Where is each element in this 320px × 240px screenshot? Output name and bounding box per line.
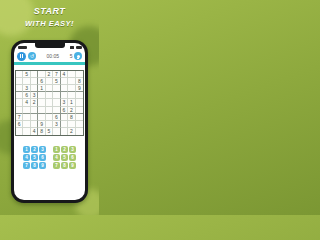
- sudoku-cell-r1c9[interactable]: [76, 71, 83, 78]
- sudoku-cell-r8c3[interactable]: [31, 121, 38, 128]
- sudoku-cell-r4c3[interactable]: 3: [31, 92, 38, 99]
- sudoku-cell-r7c5[interactable]: [46, 114, 53, 121]
- hint-count-badge: 5: [70, 53, 73, 59]
- sudoku-cell-r1c4[interactable]: [38, 71, 45, 78]
- pause-icon: [20, 54, 21, 58]
- sudoku-cell-r5c5[interactable]: [46, 99, 53, 106]
- sudoku-cell-r9c3[interactable]: 4: [31, 128, 38, 135]
- sudoku-cell-r2c3[interactable]: [31, 78, 38, 85]
- phone-screen: ↺ 00:05 5 5274658319634231627686934852 1…: [14, 43, 85, 200]
- sudoku-cell-r6c7[interactable]: 6: [61, 107, 68, 114]
- keypad-blue-button-3[interactable]: 3: [39, 146, 46, 153]
- promo-title-line2: WITH EASY!: [0, 19, 99, 28]
- sudoku-cell-r5c1[interactable]: [16, 99, 23, 106]
- sudoku-cell-r4c7[interactable]: [61, 92, 68, 99]
- sudoku-cell-r8c8[interactable]: [68, 121, 75, 128]
- sudoku-cell-r5c2[interactable]: 4: [23, 99, 30, 106]
- status-time: [18, 46, 27, 49]
- sudoku-cell-r1c6[interactable]: 7: [53, 71, 60, 78]
- sudoku-cell-r6c9[interactable]: [76, 107, 83, 114]
- phone-notch: [35, 43, 65, 48]
- sudoku-cell-r2c2[interactable]: [23, 78, 30, 85]
- sudoku-cell-r7c9[interactable]: [76, 114, 83, 121]
- sudoku-cell-r3c6[interactable]: [53, 85, 60, 92]
- sudoku-board: 5274658319634231627686934852: [15, 70, 84, 136]
- status-signal-icon: [70, 46, 74, 49]
- undo-button[interactable]: ↺: [28, 52, 36, 60]
- keypad-blue: 123456789: [23, 146, 46, 169]
- sudoku-cell-r4c8[interactable]: [68, 92, 75, 99]
- sudoku-cell-r9c5[interactable]: 5: [46, 128, 53, 135]
- sudoku-cell-r5c3[interactable]: 2: [31, 99, 38, 106]
- keypad-green-button-2[interactable]: 2: [61, 146, 68, 153]
- keypad-green-button-4[interactable]: 4: [53, 154, 60, 161]
- keypad-blue-button-2[interactable]: 2: [31, 146, 38, 153]
- keypad-green-button-8[interactable]: 8: [61, 162, 68, 169]
- sudoku-cell-r7c8[interactable]: 8: [68, 114, 75, 121]
- sudoku-cell-r2c4[interactable]: 6: [38, 78, 45, 85]
- keypad-green-button-1[interactable]: 1: [53, 146, 60, 153]
- sudoku-cell-r2c1[interactable]: [16, 78, 23, 85]
- sudoku-cell-r8c7[interactable]: [61, 121, 68, 128]
- sudoku-cell-r3c2[interactable]: 3: [23, 85, 30, 92]
- sudoku-cell-r3c1[interactable]: [16, 85, 23, 92]
- timer-label: 00:05: [36, 53, 70, 59]
- sudoku-cell-r5c6[interactable]: [53, 99, 60, 106]
- sudoku-cell-r4c9[interactable]: [76, 92, 83, 99]
- sudoku-cell-r1c1[interactable]: [16, 71, 23, 78]
- sudoku-cell-r9c6[interactable]: [53, 128, 60, 135]
- keypad-green-button-3[interactable]: 3: [69, 146, 76, 153]
- undo-icon: ↺: [30, 52, 34, 60]
- sudoku-cell-r6c2[interactable]: [23, 107, 30, 114]
- sudoku-cell-r7c3[interactable]: [31, 114, 38, 121]
- status-battery-icon: [76, 46, 82, 49]
- sudoku-cell-r1c2[interactable]: 5: [23, 71, 30, 78]
- sudoku-cell-r3c4[interactable]: 1: [38, 85, 45, 92]
- keypad-blue-button-9[interactable]: 9: [39, 162, 46, 169]
- sudoku-cell-r8c2[interactable]: [23, 121, 30, 128]
- sudoku-cell-r8c9[interactable]: [76, 121, 83, 128]
- hint-button[interactable]: [74, 52, 82, 60]
- sudoku-cell-r9c9[interactable]: [76, 128, 83, 135]
- keypad-area: 123456789 123456789: [14, 146, 85, 169]
- game-toolbar: ↺ 00:05 5: [14, 50, 85, 62]
- sudoku-cell-r3c7[interactable]: [61, 85, 68, 92]
- sudoku-cell-r8c1[interactable]: 6: [16, 121, 23, 128]
- page-background: { "game": "sudoku", "position": ".5..274…: [0, 0, 99, 215]
- sudoku-cell-r5c7[interactable]: 3: [61, 99, 68, 106]
- keypad-blue-button-5[interactable]: 5: [31, 154, 38, 161]
- sudoku-cell-r1c7[interactable]: 4: [61, 71, 68, 78]
- sudoku-cell-r3c3[interactable]: [31, 85, 38, 92]
- sudoku-cell-r9c4[interactable]: 8: [38, 128, 45, 135]
- sudoku-cell-r4c5[interactable]: [46, 92, 53, 99]
- sudoku-cell-r2c5[interactable]: [46, 78, 53, 85]
- sudoku-cell-r3c9[interactable]: 9: [76, 85, 83, 92]
- keypad-green-button-7[interactable]: 7: [53, 162, 60, 169]
- promo-title-line1: START: [0, 6, 99, 16]
- sudoku-cell-r8c5[interactable]: [46, 121, 53, 128]
- sudoku-cell-r7c6[interactable]: 6: [53, 114, 60, 121]
- sudoku-cell-r7c7[interactable]: [61, 114, 68, 121]
- sudoku-cell-r8c4[interactable]: 9: [38, 121, 45, 128]
- sudoku-cell-r4c6[interactable]: [53, 92, 60, 99]
- lightbulb-icon: [77, 55, 80, 58]
- sudoku-cell-r9c8[interactable]: 2: [68, 128, 75, 135]
- sudoku-cell-r9c1[interactable]: [16, 128, 23, 135]
- sudoku-cell-r3c5[interactable]: [46, 85, 53, 92]
- sudoku-cell-r9c2[interactable]: [23, 128, 30, 135]
- sudoku-cell-r2c7[interactable]: [61, 78, 68, 85]
- sudoku-cell-r4c2[interactable]: 6: [23, 92, 30, 99]
- keypad-blue-button-7[interactable]: 7: [23, 162, 30, 169]
- sudoku-cell-r4c4[interactable]: [38, 92, 45, 99]
- sudoku-cell-r1c8[interactable]: [68, 71, 75, 78]
- sudoku-cell-r6c3[interactable]: [31, 107, 38, 114]
- sudoku-cell-r9c7[interactable]: [61, 128, 68, 135]
- sudoku-cell-r8c6[interactable]: 3: [53, 121, 60, 128]
- pause-button[interactable]: [17, 52, 26, 61]
- keypad-blue-button-4[interactable]: 4: [23, 154, 30, 161]
- sudoku-cell-r2c6[interactable]: 5: [53, 78, 60, 85]
- keypad-blue-button-6[interactable]: 6: [39, 154, 46, 161]
- keypad-green: 123456789: [53, 146, 76, 169]
- teal-divider: [14, 62, 85, 65]
- sudoku-cell-r7c4[interactable]: [38, 114, 45, 121]
- phone-mockup: ↺ 00:05 5 5274658319634231627686934852 1…: [11, 40, 88, 203]
- keypad-blue-button-8[interactable]: 8: [31, 162, 38, 169]
- sudoku-cell-r1c3[interactable]: [31, 71, 38, 78]
- sudoku-cell-r7c2[interactable]: [23, 114, 30, 121]
- sudoku-cell-r7c1[interactable]: 7: [16, 114, 23, 121]
- sudoku-cell-r6c8[interactable]: 2: [68, 107, 75, 114]
- sudoku-cell-r6c5[interactable]: [46, 107, 53, 114]
- keypad-green-button-5[interactable]: 5: [61, 154, 68, 161]
- keypad-green-button-6[interactable]: 6: [69, 154, 76, 161]
- sudoku-cell-r6c1[interactable]: [16, 107, 23, 114]
- sudoku-cell-r2c9[interactable]: 8: [76, 78, 83, 85]
- sudoku-cell-r5c4[interactable]: [38, 99, 45, 106]
- sudoku-cell-r4c1[interactable]: [16, 92, 23, 99]
- sudoku-cell-r5c8[interactable]: 1: [68, 99, 75, 106]
- sudoku-cell-r3c8[interactable]: [68, 85, 75, 92]
- sudoku-cell-r1c5[interactable]: 2: [46, 71, 53, 78]
- keypad-green-button-9[interactable]: 9: [69, 162, 76, 169]
- sudoku-cell-r6c4[interactable]: [38, 107, 45, 114]
- sudoku-cell-r2c8[interactable]: [68, 78, 75, 85]
- sudoku-cell-r6c6[interactable]: [53, 107, 60, 114]
- sudoku-cell-r5c9[interactable]: [76, 99, 83, 106]
- keypad-blue-button-1[interactable]: 1: [23, 146, 30, 153]
